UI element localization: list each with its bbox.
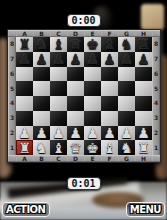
rank-label-6-left: 6 — [8, 67, 16, 82]
action-softkey[interactable]: ACTION — [2, 202, 50, 217]
piece-black-pawn[interactable]: ♟ — [137, 52, 150, 66]
piece-white-rook[interactable]: ♜ — [137, 141, 150, 155]
square-a1[interactable]: ♜ — [16, 140, 33, 155]
square-b7[interactable]: ♟ — [33, 52, 50, 67]
piece-white-pawn[interactable]: ♟ — [69, 126, 82, 140]
square-e7[interactable]: ♟ — [84, 52, 101, 67]
square-b8[interactable]: ♞ — [33, 37, 50, 52]
square-c5[interactable] — [50, 81, 67, 96]
file-label-a-bottom: A — [16, 155, 33, 162]
square-d3[interactable] — [67, 111, 84, 126]
piece-white-bishop[interactable]: ♝ — [103, 141, 116, 155]
rank-label-6-right: 6 — [152, 67, 160, 82]
board-corner-bottom-right — [152, 155, 160, 162]
square-c2[interactable]: ♟ — [50, 126, 67, 141]
file-label-d-bottom: D — [67, 155, 84, 162]
board-corner-top-left — [8, 30, 16, 37]
rank-label-7-left: 7 — [8, 52, 16, 67]
square-a7[interactable]: ♟ — [16, 52, 33, 67]
piece-white-king[interactable]: ♚ — [86, 141, 99, 155]
piece-black-bishop[interactable]: ♝ — [103, 37, 116, 51]
square-f3[interactable] — [101, 111, 118, 126]
square-f2[interactable]: ♟ — [101, 126, 118, 141]
file-label-h-bottom: H — [135, 155, 152, 162]
file-label-b-top: B — [33, 30, 50, 37]
rank-label-2-left: 2 — [8, 126, 16, 141]
square-b3[interactable] — [33, 111, 50, 126]
file-label-f-top: F — [101, 30, 118, 37]
square-e4[interactable] — [84, 96, 101, 111]
square-g8[interactable]: ♞ — [118, 37, 135, 52]
piece-black-rook[interactable]: ♜ — [18, 37, 31, 51]
file-label-g-top: G — [118, 30, 135, 37]
rank-label-1-left: 1 — [8, 140, 16, 155]
piece-white-pawn[interactable]: ♟ — [103, 126, 116, 140]
square-g7[interactable]: ♟ — [118, 52, 135, 67]
board-corner-top-right — [152, 30, 160, 37]
bg-wooden-piece-top-right-head — [141, 4, 164, 30]
square-b6[interactable] — [33, 67, 50, 82]
piece-black-pawn[interactable]: ♟ — [69, 52, 82, 66]
square-f1[interactable]: ♝ — [101, 140, 118, 155]
square-a8[interactable]: ♜ — [16, 37, 33, 52]
file-label-e-bottom: E — [84, 155, 101, 162]
square-f5[interactable] — [101, 81, 118, 96]
square-c6[interactable] — [50, 67, 67, 82]
square-g1[interactable]: ♞ — [118, 140, 135, 155]
square-b2[interactable]: ♟ — [33, 126, 50, 141]
square-h1[interactable]: ♜ — [135, 140, 152, 155]
square-f4[interactable] — [101, 96, 118, 111]
piece-black-king[interactable]: ♚ — [86, 37, 99, 51]
rank-label-7-right: 7 — [152, 52, 160, 67]
piece-white-rook[interactable]: ♜ — [18, 141, 31, 155]
piece-black-rook[interactable]: ♜ — [137, 37, 150, 51]
rank-label-3-left: 3 — [8, 111, 16, 126]
square-e3[interactable] — [84, 111, 101, 126]
square-e2[interactable]: ♟ — [84, 126, 101, 141]
square-c8[interactable]: ♝ — [50, 37, 67, 52]
rank-label-4-left: 4 — [8, 96, 16, 111]
file-label-c-top: C — [50, 30, 67, 37]
square-e6[interactable] — [84, 67, 101, 82]
square-g5[interactable] — [118, 81, 135, 96]
square-b1[interactable]: ♞ — [33, 140, 50, 155]
square-d8[interactable]: ♛ — [67, 37, 84, 52]
piece-black-pawn[interactable]: ♟ — [35, 52, 48, 66]
chess-board: ABCDEFGH8♜♞♝♛♚♝♞♜87♟♟♟♟♟♟♟♟7665544332♟♟♟… — [7, 29, 161, 163]
square-a4[interactable] — [16, 96, 33, 111]
piece-black-pawn[interactable]: ♟ — [86, 52, 99, 66]
square-d1[interactable]: ♛ — [67, 140, 84, 155]
rank-label-1-right: 1 — [152, 140, 160, 155]
rank-label-8-right: 8 — [152, 37, 160, 52]
white-clock: 0:01 — [66, 177, 100, 190]
square-g6[interactable] — [118, 67, 135, 82]
piece-black-knight[interactable]: ♞ — [120, 37, 133, 51]
square-h8[interactable]: ♜ — [135, 37, 152, 52]
piece-white-pawn[interactable]: ♟ — [18, 126, 31, 140]
square-d2[interactable]: ♟ — [67, 126, 84, 141]
square-h4[interactable] — [135, 96, 152, 111]
square-g3[interactable] — [118, 111, 135, 126]
square-f7[interactable]: ♟ — [101, 52, 118, 67]
file-label-b-bottom: B — [33, 155, 50, 162]
square-c3[interactable] — [50, 111, 67, 126]
square-a3[interactable] — [16, 111, 33, 126]
rank-label-4-right: 4 — [152, 96, 160, 111]
square-h5[interactable] — [135, 81, 152, 96]
piece-black-bishop[interactable]: ♝ — [52, 37, 65, 51]
square-c1[interactable]: ♝ — [50, 140, 67, 155]
square-h7[interactable]: ♟ — [135, 52, 152, 67]
piece-white-knight[interactable]: ♞ — [35, 141, 48, 155]
file-label-e-top: E — [84, 30, 101, 37]
board-corner-bottom-left — [8, 155, 16, 162]
square-e8[interactable]: ♚ — [84, 37, 101, 52]
black-clock: 0:00 — [66, 14, 100, 27]
piece-black-pawn[interactable]: ♟ — [120, 52, 133, 66]
piece-black-pawn[interactable]: ♟ — [103, 52, 116, 66]
piece-white-pawn[interactable]: ♟ — [52, 126, 65, 140]
square-d4[interactable] — [67, 96, 84, 111]
piece-black-pawn[interactable]: ♟ — [18, 52, 31, 66]
piece-white-pawn[interactable]: ♟ — [120, 126, 133, 140]
piece-white-pawn[interactable]: ♟ — [86, 126, 99, 140]
rank-label-5-right: 5 — [152, 81, 160, 96]
piece-white-bishop[interactable]: ♝ — [52, 141, 65, 155]
file-label-d-top: D — [67, 30, 84, 37]
square-b4[interactable] — [33, 96, 50, 111]
file-label-g-bottom: G — [118, 155, 135, 162]
square-e1[interactable]: ♚ — [84, 140, 101, 155]
piece-black-queen[interactable]: ♛ — [69, 37, 82, 51]
square-d6[interactable] — [67, 67, 84, 82]
menu-softkey[interactable]: MENU — [126, 202, 165, 217]
file-label-f-bottom: F — [101, 155, 118, 162]
square-b5[interactable] — [33, 81, 50, 96]
square-d7[interactable]: ♟ — [67, 52, 84, 67]
square-a2[interactable]: ♟ — [16, 126, 33, 141]
square-a6[interactable] — [16, 67, 33, 82]
square-c7[interactable]: ♟ — [50, 52, 67, 67]
square-f6[interactable] — [101, 67, 118, 82]
square-g4[interactable] — [118, 96, 135, 111]
file-label-a-top: A — [16, 30, 33, 37]
square-c4[interactable] — [50, 96, 67, 111]
square-f8[interactable]: ♝ — [101, 37, 118, 52]
square-g2[interactable]: ♟ — [118, 126, 135, 141]
piece-white-pawn[interactable]: ♟ — [137, 126, 150, 140]
rank-label-8-left: 8 — [8, 37, 16, 52]
piece-white-knight[interactable]: ♞ — [120, 141, 133, 155]
square-d5[interactable] — [67, 81, 84, 96]
rank-label-3-right: 3 — [152, 111, 160, 126]
square-a5[interactable] — [16, 81, 33, 96]
piece-white-pawn[interactable]: ♟ — [35, 126, 48, 140]
rank-label-2-right: 2 — [152, 126, 160, 141]
square-h3[interactable] — [135, 111, 152, 126]
square-h6[interactable] — [135, 67, 152, 82]
rank-label-5-left: 5 — [8, 81, 16, 96]
file-label-c-bottom: C — [50, 155, 67, 162]
piece-white-queen[interactable]: ♛ — [69, 141, 82, 155]
square-e5[interactable] — [84, 81, 101, 96]
chess-game-screen: 0:00 ABCDEFGH8♜♞♝♛♚♝♞♜87♟♟♟♟♟♟♟♟76655443… — [0, 0, 167, 220]
piece-black-knight[interactable]: ♞ — [35, 37, 48, 51]
piece-black-pawn[interactable]: ♟ — [52, 52, 65, 66]
file-label-h-top: H — [135, 30, 152, 37]
square-h2[interactable]: ♟ — [135, 126, 152, 141]
